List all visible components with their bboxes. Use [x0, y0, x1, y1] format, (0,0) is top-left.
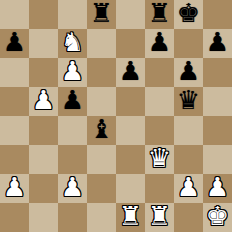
square-f1[interactable]: ♜ — [145, 203, 174, 232]
black-king-piece[interactable]: ♚ — [177, 0, 200, 28]
square-f4[interactable] — [145, 116, 174, 145]
square-h1[interactable]: ♚ — [203, 203, 232, 232]
square-g7[interactable] — [174, 29, 203, 58]
square-d6[interactable] — [87, 58, 116, 87]
square-d8[interactable]: ♜ — [87, 0, 116, 29]
square-a4[interactable] — [0, 116, 29, 145]
square-b4[interactable] — [29, 116, 58, 145]
square-g8[interactable]: ♚ — [174, 0, 203, 29]
square-a5[interactable] — [0, 87, 29, 116]
square-f8[interactable]: ♜ — [145, 0, 174, 29]
white-queen-piece[interactable]: ♛ — [148, 144, 171, 173]
square-e3[interactable] — [116, 145, 145, 174]
black-rook-piece[interactable]: ♜ — [148, 0, 171, 28]
white-knight-piece[interactable]: ♞ — [61, 28, 84, 57]
square-c3[interactable] — [58, 145, 87, 174]
black-pawn-piece[interactable]: ♟ — [3, 28, 26, 57]
square-c1[interactable] — [58, 203, 87, 232]
square-g5[interactable]: ♛ — [174, 87, 203, 116]
square-c6[interactable]: ♟ — [58, 58, 87, 87]
black-pawn-piece[interactable]: ♟ — [206, 28, 229, 57]
square-h6[interactable] — [203, 58, 232, 87]
square-c8[interactable] — [58, 0, 87, 29]
square-g4[interactable] — [174, 116, 203, 145]
white-pawn-piece[interactable]: ♟ — [206, 173, 229, 202]
chess-board: ♜♜♚♟♞♟♟♟♟♟♟♟♛♝♛♟♟♟♟♜♜♚ — [0, 0, 232, 232]
square-c7[interactable]: ♞ — [58, 29, 87, 58]
square-e5[interactable] — [116, 87, 145, 116]
square-h4[interactable] — [203, 116, 232, 145]
square-a2[interactable]: ♟ — [0, 174, 29, 203]
square-b7[interactable] — [29, 29, 58, 58]
square-a1[interactable] — [0, 203, 29, 232]
white-rook-piece[interactable]: ♜ — [148, 202, 171, 231]
square-b2[interactable] — [29, 174, 58, 203]
white-pawn-piece[interactable]: ♟ — [61, 57, 84, 86]
square-h7[interactable]: ♟ — [203, 29, 232, 58]
square-b6[interactable] — [29, 58, 58, 87]
square-c2[interactable]: ♟ — [58, 174, 87, 203]
square-f2[interactable] — [145, 174, 174, 203]
square-e1[interactable]: ♜ — [116, 203, 145, 232]
square-g3[interactable] — [174, 145, 203, 174]
white-pawn-piece[interactable]: ♟ — [32, 86, 55, 115]
square-a7[interactable]: ♟ — [0, 29, 29, 58]
square-b3[interactable] — [29, 145, 58, 174]
black-queen-piece[interactable]: ♛ — [177, 86, 200, 115]
black-pawn-piece[interactable]: ♟ — [61, 86, 84, 115]
square-b1[interactable] — [29, 203, 58, 232]
square-g2[interactable]: ♟ — [174, 174, 203, 203]
white-pawn-piece[interactable]: ♟ — [61, 173, 84, 202]
square-e2[interactable] — [116, 174, 145, 203]
square-d3[interactable] — [87, 145, 116, 174]
white-pawn-piece[interactable]: ♟ — [3, 173, 26, 202]
square-b8[interactable] — [29, 0, 58, 29]
square-d5[interactable] — [87, 87, 116, 116]
square-a3[interactable] — [0, 145, 29, 174]
square-b5[interactable]: ♟ — [29, 87, 58, 116]
square-g6[interactable]: ♟ — [174, 58, 203, 87]
white-king-piece[interactable]: ♚ — [206, 202, 229, 231]
square-d7[interactable] — [87, 29, 116, 58]
square-a8[interactable] — [0, 0, 29, 29]
black-pawn-piece[interactable]: ♟ — [177, 57, 200, 86]
square-c4[interactable] — [58, 116, 87, 145]
square-f5[interactable] — [145, 87, 174, 116]
square-e8[interactable] — [116, 0, 145, 29]
square-e4[interactable] — [116, 116, 145, 145]
square-h8[interactable] — [203, 0, 232, 29]
square-f6[interactable] — [145, 58, 174, 87]
square-d2[interactable] — [87, 174, 116, 203]
square-d4[interactable]: ♝ — [87, 116, 116, 145]
square-e6[interactable]: ♟ — [116, 58, 145, 87]
square-d1[interactable] — [87, 203, 116, 232]
square-a6[interactable] — [0, 58, 29, 87]
black-bishop-piece[interactable]: ♝ — [90, 115, 113, 144]
square-c5[interactable]: ♟ — [58, 87, 87, 116]
white-rook-piece[interactable]: ♜ — [119, 202, 142, 231]
black-pawn-piece[interactable]: ♟ — [148, 28, 171, 57]
square-f7[interactable]: ♟ — [145, 29, 174, 58]
white-pawn-piece[interactable]: ♟ — [177, 173, 200, 202]
black-pawn-piece[interactable]: ♟ — [119, 57, 142, 86]
black-rook-piece[interactable]: ♜ — [90, 0, 113, 28]
square-h2[interactable]: ♟ — [203, 174, 232, 203]
square-f3[interactable]: ♛ — [145, 145, 174, 174]
square-h3[interactable] — [203, 145, 232, 174]
square-g1[interactable] — [174, 203, 203, 232]
square-h5[interactable] — [203, 87, 232, 116]
square-e7[interactable] — [116, 29, 145, 58]
